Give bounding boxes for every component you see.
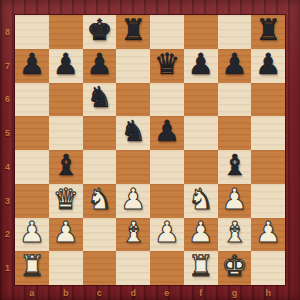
square-f3[interactable]: ♞ <box>184 184 218 218</box>
square-b2[interactable]: ♟ <box>49 218 83 252</box>
square-c4[interactable] <box>83 150 117 184</box>
square-d6[interactable] <box>116 83 150 117</box>
rank-label-6: 6 <box>0 83 15 117</box>
square-d8[interactable]: ♜ <box>116 15 150 49</box>
file-label-b: b <box>49 285 83 300</box>
black-rook-d8[interactable]: ♜ <box>120 16 146 45</box>
square-c5[interactable] <box>83 116 117 150</box>
white-pawn-b2[interactable]: ♟ <box>53 218 79 247</box>
square-f7[interactable]: ♟ <box>184 49 218 83</box>
square-a8[interactable] <box>15 15 49 49</box>
square-c7[interactable]: ♟ <box>83 49 117 83</box>
black-pawn-h7[interactable]: ♟ <box>255 50 281 79</box>
square-g6[interactable] <box>218 83 252 117</box>
rank-label-8: 8 <box>0 15 15 49</box>
file-label-f: f <box>184 285 218 300</box>
file-label-d: d <box>116 285 150 300</box>
square-h6[interactable] <box>251 83 285 117</box>
rank-label-7: 7 <box>0 49 15 83</box>
white-rook-a1[interactable]: ♜ <box>19 252 45 281</box>
black-knight-c6[interactable]: ♞ <box>86 83 112 112</box>
square-b8[interactable] <box>49 15 83 49</box>
square-e4[interactable] <box>150 150 184 184</box>
black-rook-h8[interactable]: ♜ <box>255 16 281 45</box>
square-c2[interactable] <box>83 218 117 252</box>
black-pawn-e5[interactable]: ♟ <box>154 117 180 146</box>
black-knight-d5[interactable]: ♞ <box>120 117 146 146</box>
square-b5[interactable] <box>49 116 83 150</box>
file-label-h: h <box>251 285 285 300</box>
black-bishop-g4[interactable]: ♝ <box>221 151 247 180</box>
white-pawn-a2[interactable]: ♟ <box>19 218 45 247</box>
square-h2[interactable]: ♟ <box>251 218 285 252</box>
square-f8[interactable] <box>184 15 218 49</box>
white-pawn-f2[interactable]: ♟ <box>188 218 214 247</box>
square-h1[interactable] <box>251 251 285 285</box>
rank-labels: 8 7 6 5 4 3 2 1 <box>0 15 15 285</box>
rank-label-5: 5 <box>0 116 15 150</box>
square-a7[interactable]: ♟ <box>15 49 49 83</box>
square-d4[interactable] <box>116 150 150 184</box>
square-h3[interactable] <box>251 184 285 218</box>
square-c1[interactable] <box>83 251 117 285</box>
square-e6[interactable] <box>150 83 184 117</box>
square-d5[interactable]: ♞ <box>116 116 150 150</box>
white-pawn-h2[interactable]: ♟ <box>255 218 281 247</box>
chess-board-frame: ♚♜♜♟♟♟♛♟♟♟♞♞♟♝♝♛♞♟♞♟♟♟♝♟♟♝♟♜♜♚ 8 7 6 5 4… <box>0 0 300 300</box>
square-a5[interactable] <box>15 116 49 150</box>
square-e7[interactable]: ♛ <box>150 49 184 83</box>
white-knight-c3[interactable]: ♞ <box>86 185 112 214</box>
black-pawn-f7[interactable]: ♟ <box>188 50 214 79</box>
square-e5[interactable]: ♟ <box>150 116 184 150</box>
square-f4[interactable] <box>184 150 218 184</box>
rank-label-4: 4 <box>0 150 15 184</box>
square-f6[interactable] <box>184 83 218 117</box>
square-h5[interactable] <box>251 116 285 150</box>
file-label-g: g <box>218 285 252 300</box>
square-e8[interactable] <box>150 15 184 49</box>
square-a1[interactable]: ♜ <box>15 251 49 285</box>
file-labels: a b c d e f g h <box>15 285 285 300</box>
square-f5[interactable] <box>184 116 218 150</box>
square-b7[interactable]: ♟ <box>49 49 83 83</box>
square-d3[interactable]: ♟ <box>116 184 150 218</box>
square-b4[interactable]: ♝ <box>49 150 83 184</box>
square-d7[interactable] <box>116 49 150 83</box>
black-pawn-a7[interactable]: ♟ <box>19 50 45 79</box>
white-pawn-d3[interactable]: ♟ <box>120 185 146 214</box>
square-g5[interactable] <box>218 116 252 150</box>
square-e3[interactable] <box>150 184 184 218</box>
file-label-c: c <box>83 285 117 300</box>
square-a4[interactable] <box>15 150 49 184</box>
white-king-g1[interactable]: ♚ <box>221 252 247 281</box>
square-a6[interactable] <box>15 83 49 117</box>
white-queen-b3[interactable]: ♛ <box>53 185 79 214</box>
rank-label-2: 2 <box>0 218 15 252</box>
white-bishop-d2[interactable]: ♝ <box>120 218 146 247</box>
file-label-a: a <box>15 285 49 300</box>
white-rook-f1[interactable]: ♜ <box>188 252 214 281</box>
black-queen-e7[interactable]: ♛ <box>154 50 180 79</box>
square-c3[interactable]: ♞ <box>83 184 117 218</box>
white-bishop-g2[interactable]: ♝ <box>221 218 247 247</box>
square-g3[interactable]: ♟ <box>218 184 252 218</box>
square-b1[interactable] <box>49 251 83 285</box>
square-e1[interactable] <box>150 251 184 285</box>
square-c6[interactable]: ♞ <box>83 83 117 117</box>
square-h7[interactable]: ♟ <box>251 49 285 83</box>
square-h8[interactable]: ♜ <box>251 15 285 49</box>
square-g4[interactable]: ♝ <box>218 150 252 184</box>
square-f1[interactable]: ♜ <box>184 251 218 285</box>
white-pawn-e2[interactable]: ♟ <box>154 218 180 247</box>
square-g2[interactable]: ♝ <box>218 218 252 252</box>
square-a2[interactable]: ♟ <box>15 218 49 252</box>
square-f2[interactable]: ♟ <box>184 218 218 252</box>
square-e2[interactable]: ♟ <box>150 218 184 252</box>
square-a3[interactable] <box>15 184 49 218</box>
square-b3[interactable]: ♛ <box>49 184 83 218</box>
chess-board: ♚♜♜♟♟♟♛♟♟♟♞♞♟♝♝♛♞♟♞♟♟♟♝♟♟♝♟♜♜♚ <box>15 15 285 285</box>
square-d1[interactable] <box>116 251 150 285</box>
square-g8[interactable] <box>218 15 252 49</box>
rank-label-3: 3 <box>0 184 15 218</box>
black-king-c8[interactable]: ♚ <box>86 16 112 45</box>
file-label-e: e <box>150 285 184 300</box>
square-d2[interactable]: ♝ <box>116 218 150 252</box>
white-pawn-g3[interactable]: ♟ <box>221 185 247 214</box>
square-b6[interactable] <box>49 83 83 117</box>
black-bishop-b4[interactable]: ♝ <box>53 151 79 180</box>
square-g7[interactable]: ♟ <box>218 49 252 83</box>
black-pawn-g7[interactable]: ♟ <box>221 50 247 79</box>
square-c8[interactable]: ♚ <box>83 15 117 49</box>
square-g1[interactable]: ♚ <box>218 251 252 285</box>
white-knight-f3[interactable]: ♞ <box>188 185 214 214</box>
black-pawn-b7[interactable]: ♟ <box>53 50 79 79</box>
black-pawn-c7[interactable]: ♟ <box>86 50 112 79</box>
rank-label-1: 1 <box>0 251 15 285</box>
square-h4[interactable] <box>251 150 285 184</box>
